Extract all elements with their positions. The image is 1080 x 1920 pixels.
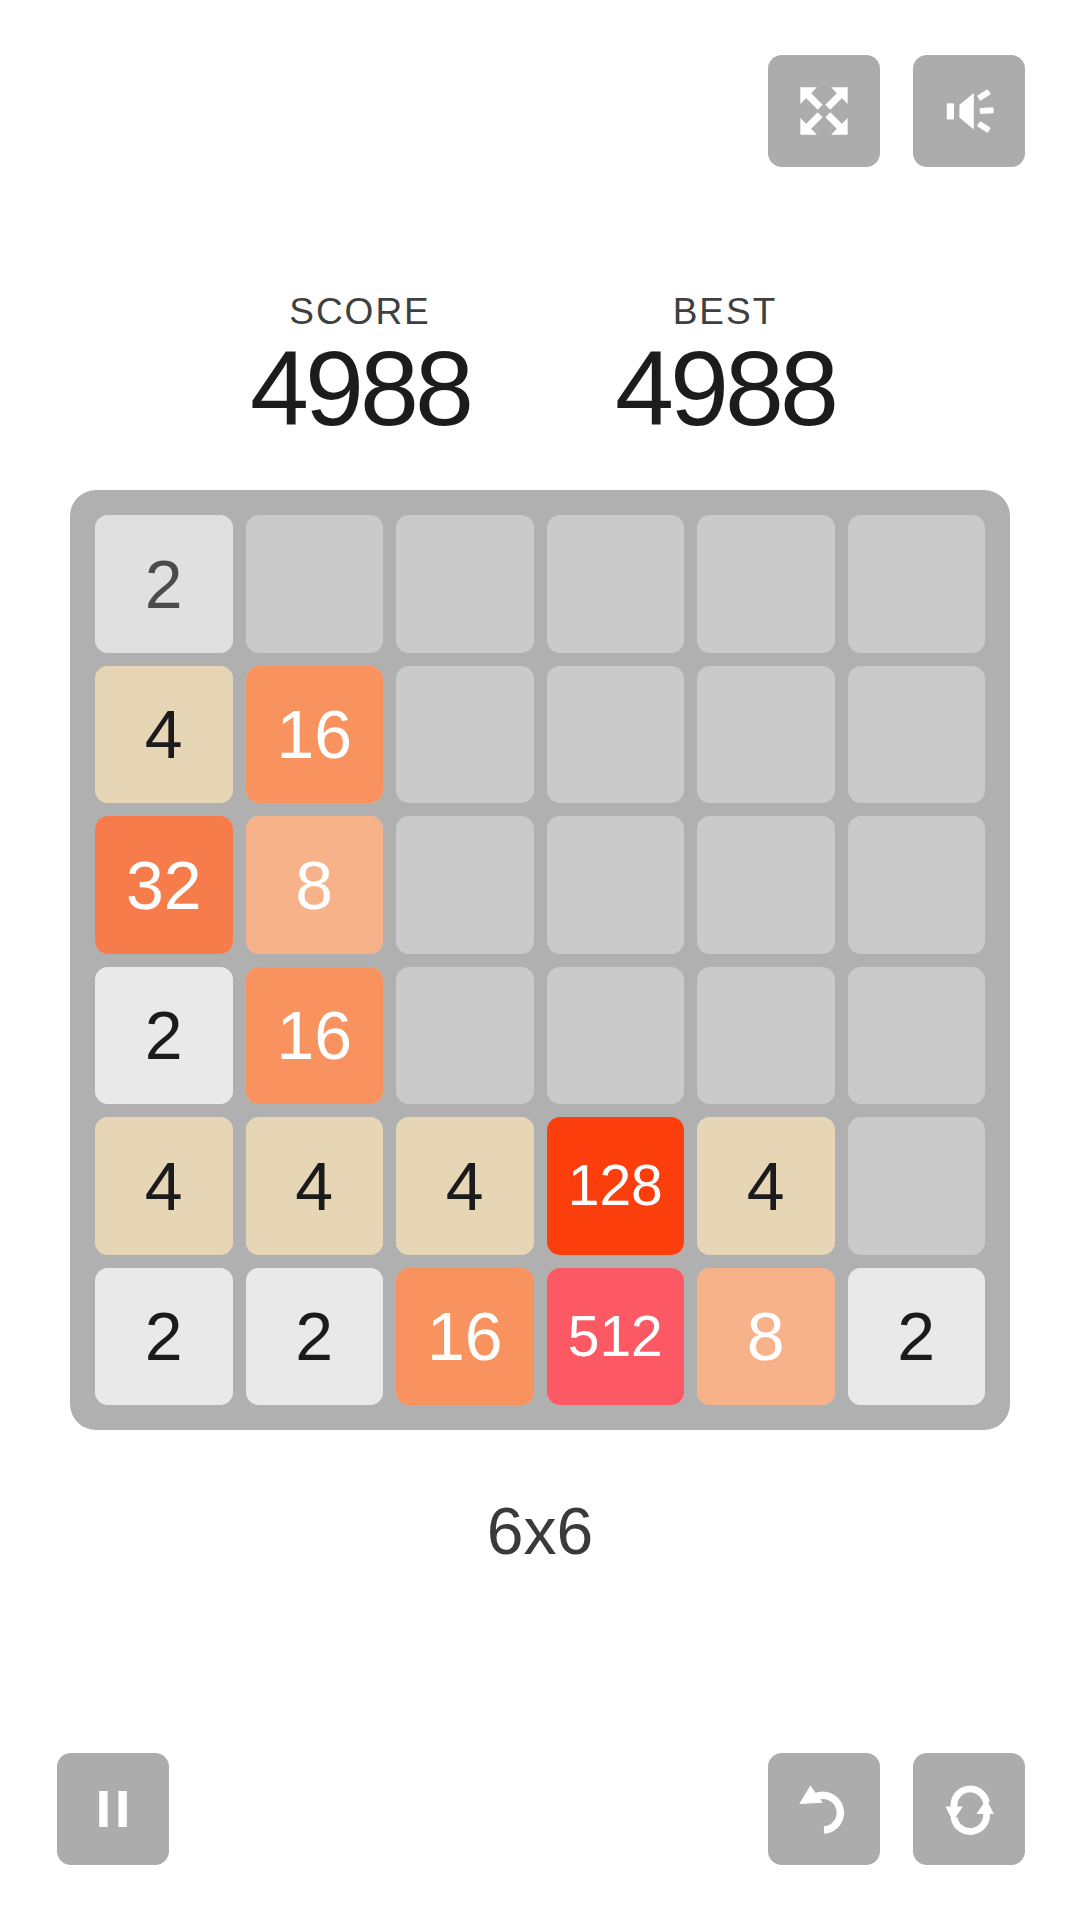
board-cell: 2: [95, 967, 233, 1105]
board-cell: 16: [246, 967, 384, 1105]
fullscreen-icon: [792, 79, 856, 143]
fullscreen-button[interactable]: [768, 55, 880, 167]
board-cell: 4: [697, 1117, 835, 1255]
board-cell: [848, 666, 986, 804]
board-cell: [396, 816, 534, 954]
tile-4: 4: [95, 1117, 233, 1255]
game-board[interactable]: 24163282164441284221651282: [70, 490, 1010, 1430]
board-cell: 2: [848, 1268, 986, 1406]
pause-icon: [83, 1779, 143, 1839]
board-cell: [697, 515, 835, 653]
board-cell: 512: [547, 1268, 685, 1406]
board-cell: 8: [246, 816, 384, 954]
tile-512: 512: [547, 1268, 685, 1406]
board-cell: 2: [95, 515, 233, 653]
tile-2: 2: [95, 1268, 233, 1406]
board-cell: [848, 515, 986, 653]
tile-2: 2: [95, 515, 233, 653]
app-root: { "game": "2048", "variant": "6x6", "pos…: [0, 0, 1080, 1920]
tile-2: 2: [848, 1268, 986, 1406]
board-cell: 8: [697, 1268, 835, 1406]
tile-128: 128: [547, 1117, 685, 1255]
tile-2: 2: [95, 967, 233, 1105]
board-cell: 2: [246, 1268, 384, 1406]
tile-8: 8: [246, 816, 384, 954]
board-cell: 16: [246, 666, 384, 804]
board-cell: [396, 967, 534, 1105]
grid-size-label: 6x6: [0, 1498, 1080, 1564]
board-cell: 2: [95, 1268, 233, 1406]
tile-4: 4: [95, 666, 233, 804]
sound-button[interactable]: [913, 55, 1025, 167]
undo-button[interactable]: [768, 1753, 880, 1865]
tile-4: 4: [697, 1117, 835, 1255]
score-panel: SCORE 4988: [190, 292, 530, 444]
tile-8: 8: [697, 1268, 835, 1406]
tile-2: 2: [246, 1268, 384, 1406]
board-cell: [848, 816, 986, 954]
board-cell: [246, 515, 384, 653]
board-cell: 32: [95, 816, 233, 954]
board-cell: [547, 967, 685, 1105]
tile-32: 32: [95, 816, 233, 954]
tile-16: 16: [396, 1268, 534, 1406]
board-cell: 128: [547, 1117, 685, 1255]
best-value: 4988: [555, 333, 895, 444]
restart-icon: [938, 1778, 1000, 1840]
undo-icon: [793, 1778, 855, 1840]
board-cell: [697, 967, 835, 1105]
board-cell: [848, 967, 986, 1105]
board-cell: [697, 666, 835, 804]
board-cell: [547, 666, 685, 804]
best-label: BEST: [555, 292, 895, 333]
tile-16: 16: [246, 666, 384, 804]
score-label: SCORE: [190, 292, 530, 333]
board-cell: 4: [246, 1117, 384, 1255]
tile-4: 4: [396, 1117, 534, 1255]
tile-16: 16: [246, 967, 384, 1105]
restart-button[interactable]: [913, 1753, 1025, 1865]
board-cell: 4: [95, 1117, 233, 1255]
best-panel: BEST 4988: [555, 292, 895, 444]
board-cell: 4: [95, 666, 233, 804]
board-cell: [396, 515, 534, 653]
board-cell: [547, 515, 685, 653]
board-cell: 4: [396, 1117, 534, 1255]
volume-icon: [939, 81, 999, 141]
pause-button[interactable]: [57, 1753, 169, 1865]
board-cell: [396, 666, 534, 804]
board-cell: [848, 1117, 986, 1255]
score-value: 4988: [190, 333, 530, 444]
tile-4: 4: [246, 1117, 384, 1255]
board-cell: [697, 816, 835, 954]
board-cell: 16: [396, 1268, 534, 1406]
board-cell: [547, 816, 685, 954]
